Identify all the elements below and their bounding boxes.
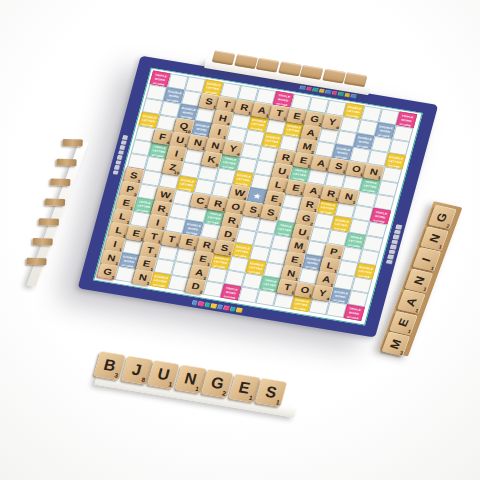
logo-block: [223, 305, 230, 310]
letter-tile-z[interactable]: Z10: [162, 159, 183, 176]
tile-score: 2: [111, 274, 115, 279]
tile-letter: I: [174, 149, 179, 159]
tile-score: 1: [195, 385, 200, 392]
logo-block: [198, 301, 205, 306]
tile-letter: A: [403, 296, 420, 308]
edge-on-tile[interactable]: [38, 218, 58, 226]
letter-tile-g[interactable]: G2: [97, 263, 118, 280]
edge-on-tile[interactable]: [57, 159, 77, 167]
tile-letter: E: [395, 317, 411, 329]
edge-on-tile[interactable]: [63, 139, 83, 147]
bottom-rack: B3J8U1N1G2E1S1: [88, 351, 306, 431]
logo-block: [386, 259, 393, 264]
tile-score: 3: [399, 349, 404, 355]
logo-block: [210, 303, 217, 308]
letter-tile-s[interactable]: S1: [214, 239, 235, 256]
tilted-tabletop: TRIPLEWORDSCOREDOUBLELETTERSCORETRIPLEWO…: [0, 17, 480, 462]
edge-on-tile[interactable]: [26, 258, 46, 266]
letter-tile-d[interactable]: D2: [185, 278, 206, 295]
tile-score: 1: [407, 328, 412, 334]
tile-score: 1: [274, 215, 278, 220]
letter-tile-y[interactable]: Y4: [312, 285, 333, 302]
board-teal-frame: TRIPLEWORDSCOREDOUBLELETTERSCORETRIPLEWO…: [93, 68, 423, 326]
tile-score: 2: [446, 222, 451, 228]
logo-block: [395, 225, 402, 230]
tile-score: 10: [173, 170, 180, 175]
tile-score: 1: [415, 307, 420, 313]
tile-score: 5: [215, 162, 219, 167]
letter-tile-b[interactable]: B3: [94, 351, 126, 380]
tile-letter: I: [217, 127, 222, 137]
logo-block: [387, 254, 394, 259]
tile-score: 1: [248, 394, 253, 401]
scrabble-board: TRIPLEWORDSCOREDOUBLELETTERSCORETRIPLEWO…: [78, 56, 439, 338]
letter-tile-y[interactable]: Y4: [322, 114, 343, 131]
letter-tile-g[interactable]: G2: [201, 369, 233, 398]
tile-score: 1: [423, 286, 428, 292]
tile-score: 4: [326, 296, 330, 301]
tile-score: 8: [141, 376, 146, 383]
tile-score: 2: [199, 289, 203, 294]
tile-score: 1: [275, 398, 280, 405]
premium-square-tw: TRIPLEWORDSCORE: [344, 304, 365, 321]
tile-score: 1: [168, 381, 173, 388]
left-rack-tiles: [64, 137, 99, 145]
tile-score: 3: [114, 372, 119, 379]
letter-tile-u[interactable]: U1: [147, 360, 179, 389]
tile-score: 1: [377, 175, 381, 180]
tile-score: 4: [336, 125, 340, 130]
tile-score: 1: [228, 251, 232, 256]
letter-tile-s[interactable]: S1: [255, 378, 287, 407]
logo-block: [390, 244, 397, 249]
tile-letter: I: [155, 218, 160, 228]
logo-block: [236, 307, 243, 312]
tile-score: 1: [146, 280, 150, 285]
scene: TRIPLEWORDSCOREDOUBLELETTERSCORETRIPLEWO…: [0, 0, 480, 480]
letter-tile-n[interactable]: N1: [363, 164, 384, 181]
letter-tile-s[interactable]: S1: [260, 204, 281, 221]
edge-on-tile[interactable]: [45, 198, 65, 206]
tile-score: 4: [237, 151, 241, 156]
tile-letter: I: [420, 256, 434, 263]
edge-on-tile[interactable]: [32, 238, 52, 246]
board-grid: TRIPLEWORDSCOREDOUBLELETTERSCORETRIPLEWO…: [97, 70, 417, 320]
logo-block: [112, 170, 119, 175]
tile-letter: N: [411, 274, 428, 286]
tile-score: 2: [221, 390, 226, 397]
letter-tile-n[interactable]: N1: [132, 269, 153, 286]
tile-score: 1: [352, 199, 356, 204]
tile-letter: N: [426, 232, 443, 244]
tile-score: 1: [438, 243, 443, 249]
letter-tile-y[interactable]: Y4: [222, 140, 243, 157]
tile-letter: I: [112, 239, 117, 249]
letter-tile-n[interactable]: N1: [338, 188, 359, 205]
edge-on-tile[interactable]: [51, 179, 71, 187]
letter-tile-k[interactable]: K5: [201, 151, 222, 168]
tile-score: 1: [430, 265, 435, 271]
logo-block: [393, 234, 400, 239]
